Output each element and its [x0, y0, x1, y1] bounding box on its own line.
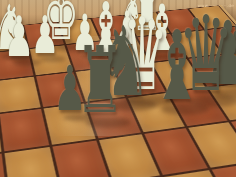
white-pawn: ♟ — [4, 9, 34, 65]
black-bishop: ♝ — [151, 18, 203, 114]
chess-3d-scene: ♞♟♟♚♟♝♟♞♜♝♛♟♜♞♝♛♟♟ www.···········.de — [0, 0, 236, 177]
pieces-layer: ♞♟♟♚♟♝♟♞♜♝♛♟♜♞♝♛♟♟ — [0, 0, 236, 177]
black-rook: ♜ — [75, 35, 124, 127]
watermark-text: www.···········.de — [198, 3, 234, 8]
